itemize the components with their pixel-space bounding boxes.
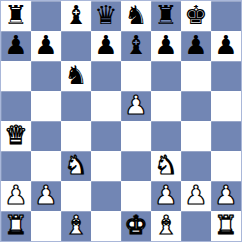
piece-black-bishop[interactable]: ♝: [64, 1, 87, 30]
square-e3[interactable]: [121, 151, 151, 181]
square-b1[interactable]: [31, 211, 61, 241]
piece-white-rook[interactable]: ♜: [4, 211, 27, 240]
square-f3[interactable]: ♞: [151, 151, 181, 181]
square-h3[interactable]: [211, 151, 241, 181]
square-g8[interactable]: ♚: [181, 1, 211, 31]
square-g2[interactable]: ♟: [181, 181, 211, 211]
square-h8[interactable]: [211, 1, 241, 31]
square-d8[interactable]: ♛: [91, 1, 121, 31]
square-b6[interactable]: [31, 61, 61, 91]
square-b5[interactable]: [31, 91, 61, 121]
piece-black-pawn[interactable]: ♟: [214, 31, 237, 60]
piece-white-king[interactable]: ♚: [124, 211, 147, 240]
piece-black-knight[interactable]: ♞: [64, 61, 87, 90]
piece-black-queen[interactable]: ♛: [94, 1, 117, 30]
square-h7[interactable]: ♟: [211, 31, 241, 61]
piece-white-rook[interactable]: ♜: [214, 211, 237, 240]
piece-black-rook[interactable]: ♜: [4, 1, 27, 30]
piece-black-rook[interactable]: ♜: [154, 1, 177, 30]
square-d5[interactable]: [91, 91, 121, 121]
square-d6[interactable]: [91, 61, 121, 91]
square-f4[interactable]: [151, 121, 181, 151]
piece-black-pawn[interactable]: ♟: [4, 31, 27, 60]
piece-white-pawn[interactable]: ♟: [34, 181, 57, 210]
square-c6[interactable]: ♞: [61, 61, 91, 91]
square-h2[interactable]: ♟: [211, 181, 241, 211]
square-c7[interactable]: [61, 31, 91, 61]
square-e1[interactable]: ♚: [121, 211, 151, 241]
piece-white-pawn[interactable]: ♟: [4, 181, 27, 210]
piece-black-king[interactable]: ♚: [184, 1, 207, 30]
square-b2[interactable]: ♟: [31, 181, 61, 211]
piece-white-pawn[interactable]: ♟: [154, 181, 177, 210]
square-h5[interactable]: [211, 91, 241, 121]
square-g1[interactable]: [181, 211, 211, 241]
square-a3[interactable]: [1, 151, 31, 181]
square-d4[interactable]: [91, 121, 121, 151]
square-d3[interactable]: [91, 151, 121, 181]
piece-white-bishop[interactable]: ♝: [64, 211, 87, 240]
piece-white-bishop[interactable]: ♝: [154, 211, 177, 240]
square-b4[interactable]: [31, 121, 61, 151]
square-f5[interactable]: [151, 91, 181, 121]
square-b3[interactable]: [31, 151, 61, 181]
piece-white-knight[interactable]: ♞: [64, 151, 87, 180]
square-c1[interactable]: ♝: [61, 211, 91, 241]
square-e5[interactable]: ♟: [121, 91, 151, 121]
square-c8[interactable]: ♝: [61, 1, 91, 31]
square-f8[interactable]: ♜: [151, 1, 181, 31]
square-g6[interactable]: [181, 61, 211, 91]
square-c2[interactable]: [61, 181, 91, 211]
square-a2[interactable]: ♟: [1, 181, 31, 211]
square-f7[interactable]: ♟: [151, 31, 181, 61]
square-a6[interactable]: [1, 61, 31, 91]
square-e6[interactable]: [121, 61, 151, 91]
piece-black-pawn[interactable]: ♟: [184, 31, 207, 60]
square-a8[interactable]: ♜: [1, 1, 31, 31]
square-a4[interactable]: ♛: [1, 121, 31, 151]
piece-white-pawn[interactable]: ♟: [124, 91, 147, 120]
square-b7[interactable]: ♟: [31, 31, 61, 61]
piece-black-bishop[interactable]: ♝: [124, 31, 147, 60]
square-g4[interactable]: [181, 121, 211, 151]
square-e2[interactable]: [121, 181, 151, 211]
square-e8[interactable]: ♞: [121, 1, 151, 31]
square-b8[interactable]: [31, 1, 61, 31]
piece-black-pawn[interactable]: ♟: [94, 31, 117, 60]
square-d7[interactable]: ♟: [91, 31, 121, 61]
piece-white-pawn[interactable]: ♟: [184, 181, 207, 210]
square-a1[interactable]: ♜: [1, 211, 31, 241]
square-f6[interactable]: [151, 61, 181, 91]
square-f1[interactable]: ♝: [151, 211, 181, 241]
square-e7[interactable]: ♝: [121, 31, 151, 61]
square-a5[interactable]: [1, 91, 31, 121]
piece-black-pawn[interactable]: ♟: [34, 31, 57, 60]
square-d1[interactable]: [91, 211, 121, 241]
piece-white-knight[interactable]: ♞: [154, 151, 177, 180]
chess-board: ♜♝♛♞♜♚♟♟♟♝♟♟♟♞♟♛♞♞♟♟♟♟♟♜♝♚♝♜: [0, 0, 242, 242]
square-c4[interactable]: [61, 121, 91, 151]
square-g5[interactable]: [181, 91, 211, 121]
square-d2[interactable]: [91, 181, 121, 211]
piece-black-knight[interactable]: ♞: [124, 1, 147, 30]
square-c3[interactable]: ♞: [61, 151, 91, 181]
square-h1[interactable]: ♜: [211, 211, 241, 241]
square-h4[interactable]: [211, 121, 241, 151]
piece-white-queen[interactable]: ♛: [4, 121, 27, 150]
square-g3[interactable]: [181, 151, 211, 181]
square-g7[interactable]: ♟: [181, 31, 211, 61]
square-e4[interactable]: [121, 121, 151, 151]
square-h6[interactable]: [211, 61, 241, 91]
square-f2[interactable]: ♟: [151, 181, 181, 211]
square-a7[interactable]: ♟: [1, 31, 31, 61]
piece-white-pawn[interactable]: ♟: [214, 181, 237, 210]
piece-black-pawn[interactable]: ♟: [154, 31, 177, 60]
square-c5[interactable]: [61, 91, 91, 121]
